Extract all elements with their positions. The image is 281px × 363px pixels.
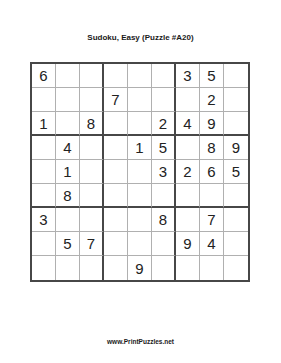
cell-r4c4 (104, 136, 128, 160)
cell-r4c9: 9 (224, 136, 248, 160)
cell-r9c7 (176, 256, 200, 280)
cell-r2c8: 2 (200, 88, 224, 112)
cell-r9c5: 9 (128, 256, 152, 280)
cell-r7c4 (104, 208, 128, 232)
cell-r8c7: 9 (176, 232, 200, 256)
cell-r9c8 (200, 256, 224, 280)
cell-r5c6: 3 (152, 160, 176, 184)
cell-r4c5: 1 (128, 136, 152, 160)
cell-r8c2: 5 (56, 232, 80, 256)
cell-r8c1 (32, 232, 56, 256)
cell-r9c1 (32, 256, 56, 280)
cell-r1c5 (128, 64, 152, 88)
cell-r6c9 (224, 184, 248, 208)
cell-r3c5 (128, 112, 152, 136)
cell-r8c3: 7 (80, 232, 104, 256)
cell-r6c7 (176, 184, 200, 208)
cell-r3c1: 1 (32, 112, 56, 136)
cell-r9c4 (104, 256, 128, 280)
cell-r5c7: 2 (176, 160, 200, 184)
cell-r2c7 (176, 88, 200, 112)
cell-r8c9 (224, 232, 248, 256)
cell-r1c4 (104, 64, 128, 88)
cell-r1c1: 6 (32, 64, 56, 88)
cell-r3c6: 2 (152, 112, 176, 136)
cell-r1c3 (80, 64, 104, 88)
cell-r2c6 (152, 88, 176, 112)
cell-r7c1: 3 (32, 208, 56, 232)
cell-r6c5 (128, 184, 152, 208)
cell-r5c1 (32, 160, 56, 184)
cell-r2c9 (224, 88, 248, 112)
cell-r3c7: 4 (176, 112, 200, 136)
cell-r7c9 (224, 208, 248, 232)
cell-r1c7: 3 (176, 64, 200, 88)
cell-r7c7 (176, 208, 200, 232)
cell-r1c6 (152, 64, 176, 88)
cell-r2c2 (56, 88, 80, 112)
cell-r4c7 (176, 136, 200, 160)
cell-r1c8: 5 (200, 64, 224, 88)
cell-r3c2 (56, 112, 80, 136)
cell-r7c8: 7 (200, 208, 224, 232)
cell-r1c9 (224, 64, 248, 88)
cell-r7c2 (56, 208, 80, 232)
cell-r2c1 (32, 88, 56, 112)
cell-r4c3 (80, 136, 104, 160)
cell-r2c5 (128, 88, 152, 112)
cell-r4c1 (32, 136, 56, 160)
cell-r3c9 (224, 112, 248, 136)
cell-r9c9 (224, 256, 248, 280)
cell-r5c2: 1 (56, 160, 80, 184)
cell-r6c8 (200, 184, 224, 208)
cell-r5c3 (80, 160, 104, 184)
cell-r7c6: 8 (152, 208, 176, 232)
cell-r6c2: 8 (56, 184, 80, 208)
cell-r9c6 (152, 256, 176, 280)
cell-r3c4 (104, 112, 128, 136)
cell-r2c4: 7 (104, 88, 128, 112)
cell-r8c5 (128, 232, 152, 256)
cell-r4c8: 8 (200, 136, 224, 160)
cell-r8c4 (104, 232, 128, 256)
cell-r6c3 (80, 184, 104, 208)
cell-r5c4 (104, 160, 128, 184)
cell-r5c5 (128, 160, 152, 184)
cell-r5c8: 6 (200, 160, 224, 184)
cell-r8c6 (152, 232, 176, 256)
cell-r3c8: 9 (200, 112, 224, 136)
cell-r8c8: 4 (200, 232, 224, 256)
cell-r7c5 (128, 208, 152, 232)
cell-r5c9: 5 (224, 160, 248, 184)
cell-r4c2: 4 (56, 136, 80, 160)
cell-r9c3 (80, 256, 104, 280)
cell-r4c6: 5 (152, 136, 176, 160)
cell-r2c3 (80, 88, 104, 112)
cell-r1c2 (56, 64, 80, 88)
cell-r7c3 (80, 208, 104, 232)
cell-r3c3: 8 (80, 112, 104, 136)
cell-r9c2 (56, 256, 80, 280)
cell-r6c4 (104, 184, 128, 208)
sudoku-grid: 63572182494158913265838757949 (30, 62, 250, 282)
cell-r6c1 (32, 184, 56, 208)
cell-r6c6 (152, 184, 176, 208)
footer-url: www.PrintPuzzles.net (0, 338, 281, 345)
page-title: Sudoku, Easy (Puzzle #A20) (0, 33, 281, 42)
